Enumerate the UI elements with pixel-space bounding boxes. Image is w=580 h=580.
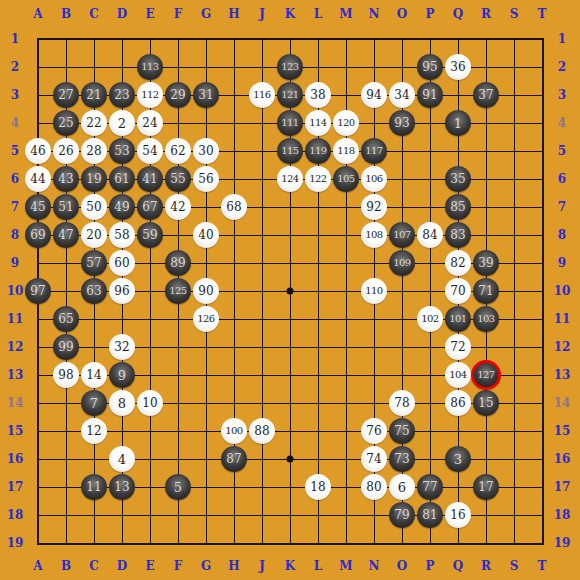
column-label-bottom-E: E [145,560,154,572]
stone-black-9-D13: 9 [109,362,135,388]
stone-white-34-O3: 34 [389,82,415,108]
row-label-left-9: 9 [11,257,19,269]
column-label-bottom-N: N [369,560,380,572]
stone-white-100-H15: 100 [221,418,247,444]
stone-black-31-G3: 31 [193,82,219,108]
column-label-bottom-H: H [228,560,239,572]
stone-white-20-C8: 20 [81,222,107,248]
stone-white-92-N7: 92 [361,194,387,220]
row-label-left-10: 10 [7,285,24,297]
row-label-left-19: 19 [7,537,24,549]
stone-white-106-N6: 106 [361,166,387,192]
stone-black-67-E7: 67 [137,194,163,220]
stone-white-2-D4: 2 [109,110,135,136]
stone-white-26-B5: 26 [53,138,79,164]
column-label-top-R: R [481,8,491,20]
stone-black-13-D17: 13 [109,474,135,500]
stone-black-39-R9: 39 [473,250,499,276]
row-label-left-11: 11 [7,313,24,325]
stone-white-88-J15: 88 [249,418,275,444]
stone-white-42-F7: 42 [165,194,191,220]
column-label-bottom-T: T [538,560,547,572]
stone-black-103-R11: 103 [473,306,499,332]
stone-white-126-G11: 126 [193,306,219,332]
stone-white-122-L6: 122 [305,166,331,192]
row-label-left-15: 15 [7,425,24,437]
stone-black-97-A10: 97 [25,278,51,304]
column-label-top-K: K [285,8,295,20]
row-label-left-18: 18 [7,509,24,521]
column-label-top-H: H [228,8,239,20]
stone-white-6-O17: 6 [389,474,415,500]
stone-black-95-P2: 95 [417,54,443,80]
stone-black-93-O4: 93 [389,110,415,136]
stone-black-101-Q11: 101 [445,306,471,332]
stone-white-46-A5: 46 [25,138,51,164]
stone-white-116-J3: 116 [249,82,275,108]
stone-white-84-P8: 84 [417,222,443,248]
row-label-left-7: 7 [11,201,19,213]
column-label-top-G: G [201,8,211,20]
column-label-bottom-R: R [481,560,491,572]
row-label-left-3: 3 [11,89,19,101]
stone-white-10-E14: 10 [137,390,163,416]
stone-white-124-K6: 124 [277,166,303,192]
row-label-right-14: 14 [554,397,571,409]
row-label-right-5: 5 [558,145,566,157]
stone-black-11-C17: 11 [81,474,107,500]
stone-white-114-L4: 114 [305,110,331,136]
stone-black-27-B3: 27 [53,82,79,108]
stone-black-37-R3: 37 [473,82,499,108]
column-label-top-A: A [33,8,42,20]
row-label-right-19: 19 [554,537,571,549]
column-label-bottom-A: A [33,560,42,572]
row-label-right-12: 12 [554,341,571,353]
row-label-right-11: 11 [554,313,571,325]
stone-white-74-N16: 74 [361,446,387,472]
column-label-top-S: S [510,8,519,20]
column-label-bottom-S: S [510,560,519,572]
column-label-top-N: N [369,8,380,20]
stone-black-89-F9: 89 [165,250,191,276]
stone-black-77-P17: 77 [417,474,443,500]
stone-black-17-R17: 17 [473,474,499,500]
stone-white-22-C4: 22 [81,110,107,136]
stone-black-47-B8: 47 [53,222,79,248]
stone-white-56-G6: 56 [193,166,219,192]
column-label-bottom-O: O [397,560,407,572]
stone-white-112-E3: 112 [137,82,163,108]
stone-black-65-B11: 65 [53,306,79,332]
column-label-bottom-K: K [285,560,295,572]
stone-white-50-C7: 50 [81,194,107,220]
stone-black-75-O15: 75 [389,418,415,444]
column-label-bottom-B: B [61,560,71,572]
stone-white-8-D14: 8 [109,390,135,416]
stone-white-60-D9: 60 [109,250,135,276]
stone-white-118-M5: 118 [333,138,359,164]
row-label-left-1: 1 [11,33,19,45]
stone-black-43-B6: 43 [53,166,79,192]
stone-black-113-E2: 113 [137,54,163,80]
stone-black-79-O18: 79 [389,502,415,528]
stone-white-44-A6: 44 [25,166,51,192]
row-label-left-12: 12 [7,341,24,353]
stone-white-72-Q12: 72 [445,334,471,360]
stone-black-21-C3: 21 [81,82,107,108]
stone-white-4-D16: 4 [109,446,135,472]
row-label-left-5: 5 [11,145,19,157]
stone-black-87-H16: 87 [221,446,247,472]
column-label-top-M: M [339,8,352,20]
stone-white-28-C5: 28 [81,138,107,164]
stone-black-23-D3: 23 [109,82,135,108]
stone-black-107-O8: 107 [389,222,415,248]
row-label-right-9: 9 [558,257,566,269]
stone-white-108-N8: 108 [361,222,387,248]
row-label-right-1: 1 [558,33,566,45]
stone-black-19-C6: 19 [81,166,107,192]
row-label-right-2: 2 [558,61,566,73]
stone-black-53-D5: 53 [109,138,135,164]
stone-white-14-C13: 14 [81,362,107,388]
column-label-top-P: P [425,8,434,20]
stone-white-90-G10: 90 [193,278,219,304]
stone-black-15-R14: 15 [473,390,499,416]
row-label-left-16: 16 [7,453,24,465]
column-label-top-T: T [538,8,547,20]
star-point-K16 [287,456,294,463]
row-label-right-17: 17 [554,481,571,493]
stone-white-12-C15: 12 [81,418,107,444]
stone-white-30-G5: 30 [193,138,219,164]
stone-white-78-O14: 78 [389,390,415,416]
stone-black-3-Q16: 3 [445,446,471,472]
row-label-right-16: 16 [554,453,571,465]
stone-white-76-N15: 76 [361,418,387,444]
stone-black-111-K4: 111 [277,110,303,136]
row-label-left-13: 13 [7,369,24,381]
row-label-right-15: 15 [554,425,571,437]
stone-black-1-Q4: 1 [445,110,471,136]
stone-black-71-R10: 71 [473,278,499,304]
stone-black-121-K3: 121 [277,82,303,108]
stone-white-24-E4: 24 [137,110,163,136]
stone-white-86-Q14: 86 [445,390,471,416]
stone-white-120-M4: 120 [333,110,359,136]
column-label-bottom-J: J [259,560,265,572]
stone-black-83-Q8: 83 [445,222,471,248]
column-label-bottom-F: F [174,560,183,572]
stone-black-41-E6: 41 [137,166,163,192]
column-label-top-F: F [174,8,183,20]
column-label-bottom-M: M [339,560,352,572]
column-label-top-L: L [314,8,322,20]
stone-black-7-C14: 7 [81,390,107,416]
row-label-left-2: 2 [11,61,19,73]
column-label-bottom-Q: Q [453,560,463,572]
stone-black-51-B7: 51 [53,194,79,220]
column-label-top-D: D [117,8,127,20]
stone-white-36-Q2: 36 [445,54,471,80]
row-label-left-8: 8 [11,229,19,241]
stone-white-96-D10: 96 [109,278,135,304]
stone-white-38-L3: 38 [305,82,331,108]
stone-white-94-N3: 94 [361,82,387,108]
stone-black-125-F10: 125 [165,278,191,304]
stone-white-32-D12: 32 [109,334,135,360]
row-label-right-7: 7 [558,201,566,213]
row-label-right-4: 4 [558,117,566,129]
column-label-top-B: B [61,8,71,20]
stone-black-59-E8: 59 [137,222,163,248]
stone-black-81-P18: 81 [417,502,443,528]
stone-black-69-A8: 69 [25,222,51,248]
stone-white-102-P11: 102 [417,306,443,332]
row-label-right-13: 13 [554,369,571,381]
stone-black-55-F6: 55 [165,166,191,192]
stone-black-61-D6: 61 [109,166,135,192]
column-label-top-Q: Q [453,8,463,20]
row-label-left-17: 17 [7,481,24,493]
row-label-left-4: 4 [11,117,19,129]
stone-black-45-A7: 45 [25,194,51,220]
star-point-K10 [287,288,294,295]
stone-black-5-F17: 5 [165,474,191,500]
row-label-right-6: 6 [558,173,566,185]
stone-white-62-F5: 62 [165,138,191,164]
stone-white-104-Q13: 104 [445,362,471,388]
stone-white-16-Q18: 16 [445,502,471,528]
last-move-stone-black-127-R13: 127 [471,360,501,390]
stone-black-73-O16: 73 [389,446,415,472]
stone-black-119-L5: 119 [305,138,331,164]
stone-white-40-G8: 40 [193,222,219,248]
go-board-diagram: AABBCCDDEEFFGGHHJJKKLLMMNNOOPPQQRRSSTT11… [0,0,580,580]
row-label-left-14: 14 [7,397,24,409]
stone-white-70-Q10: 70 [445,278,471,304]
row-label-right-10: 10 [554,285,571,297]
stone-black-35-Q6: 35 [445,166,471,192]
stone-white-18-L17: 18 [305,474,331,500]
row-label-right-3: 3 [558,89,566,101]
column-label-top-J: J [259,8,265,20]
column-label-bottom-C: C [89,560,99,572]
stone-white-58-D8: 58 [109,222,135,248]
stone-white-110-N10: 110 [361,278,387,304]
stone-black-99-B12: 99 [53,334,79,360]
column-label-top-E: E [145,8,154,20]
stone-black-63-C10: 63 [81,278,107,304]
stone-black-57-C9: 57 [81,250,107,276]
stone-black-115-K5: 115 [277,138,303,164]
column-label-bottom-D: D [117,560,127,572]
column-label-top-O: O [397,8,407,20]
stone-white-54-E5: 54 [137,138,163,164]
stone-black-25-B4: 25 [53,110,79,136]
stone-black-29-F3: 29 [165,82,191,108]
row-label-left-6: 6 [11,173,19,185]
column-label-bottom-P: P [425,560,434,572]
column-label-top-C: C [89,8,99,20]
stone-black-105-M6: 105 [333,166,359,192]
stone-black-123-K2: 123 [277,54,303,80]
stone-black-91-P3: 91 [417,82,443,108]
row-label-right-8: 8 [558,229,566,241]
stone-white-80-N17: 80 [361,474,387,500]
row-label-right-18: 18 [554,509,571,521]
stone-white-98-B13: 98 [53,362,79,388]
stone-white-82-Q9: 82 [445,250,471,276]
stone-white-68-H7: 68 [221,194,247,220]
stone-black-49-D7: 49 [109,194,135,220]
column-label-bottom-L: L [314,560,322,572]
stone-black-85-Q7: 85 [445,194,471,220]
column-label-bottom-G: G [201,560,211,572]
stone-black-117-N5: 117 [361,138,387,164]
stone-black-109-O9: 109 [389,250,415,276]
